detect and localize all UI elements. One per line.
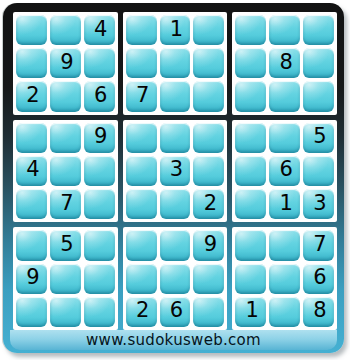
cell-r9c9[interactable]: 8 bbox=[303, 297, 334, 327]
cell-r7c7[interactable] bbox=[235, 230, 266, 260]
cell-r4c1[interactable] bbox=[16, 123, 47, 153]
cell-r6c8[interactable]: 1 bbox=[269, 189, 300, 219]
cell-r8c3[interactable] bbox=[84, 264, 115, 294]
cell-r5c9[interactable] bbox=[303, 156, 334, 186]
cell-r6c1[interactable] bbox=[16, 189, 47, 219]
cell-r2c7[interactable] bbox=[235, 48, 266, 78]
cell-r8c1[interactable]: 9 bbox=[16, 264, 47, 294]
cell-r1c1[interactable] bbox=[16, 15, 47, 45]
cell-r5c8[interactable]: 6 bbox=[269, 156, 300, 186]
cell-r5c5[interactable]: 3 bbox=[160, 156, 191, 186]
cell-r9c7[interactable]: 1 bbox=[235, 297, 266, 327]
cell-r3c9[interactable] bbox=[303, 81, 334, 111]
cell-r6c4[interactable] bbox=[126, 189, 157, 219]
cell-r7c5[interactable] bbox=[160, 230, 191, 260]
box-8: 926 bbox=[123, 227, 228, 330]
cell-r8c9[interactable]: 6 bbox=[303, 264, 334, 294]
cell-r2c6[interactable] bbox=[193, 48, 224, 78]
cell-r4c2[interactable] bbox=[50, 123, 81, 153]
cell-r9c4[interactable]: 2 bbox=[126, 297, 157, 327]
cell-r8c4[interactable] bbox=[126, 264, 157, 294]
cell-r9c5[interactable]: 6 bbox=[160, 297, 191, 327]
cell-r2c1[interactable] bbox=[16, 48, 47, 78]
sudoku-board: 4926178947325613599267618 www.sudokusweb… bbox=[3, 3, 344, 353]
cell-r3c7[interactable] bbox=[235, 81, 266, 111]
cell-r7c2[interactable]: 5 bbox=[50, 230, 81, 260]
cell-r1c7[interactable] bbox=[235, 15, 266, 45]
box-2: 17 bbox=[123, 12, 228, 115]
cell-r2c5[interactable] bbox=[160, 48, 191, 78]
cell-r1c6[interactable] bbox=[193, 15, 224, 45]
cell-r7c4[interactable] bbox=[126, 230, 157, 260]
cell-r7c6[interactable]: 9 bbox=[193, 230, 224, 260]
cell-r5c3[interactable] bbox=[84, 156, 115, 186]
website-url: www.sudokusweb.com bbox=[86, 331, 261, 349]
cell-r8c5[interactable] bbox=[160, 264, 191, 294]
box-5: 32 bbox=[123, 120, 228, 223]
cell-r4c3[interactable]: 9 bbox=[84, 123, 115, 153]
cell-r2c8[interactable]: 8 bbox=[269, 48, 300, 78]
cell-r3c5[interactable] bbox=[160, 81, 191, 111]
cell-r1c5[interactable]: 1 bbox=[160, 15, 191, 45]
cell-r2c2[interactable]: 9 bbox=[50, 48, 81, 78]
cell-r6c5[interactable] bbox=[160, 189, 191, 219]
cell-r9c1[interactable] bbox=[16, 297, 47, 327]
cell-r1c2[interactable] bbox=[50, 15, 81, 45]
box-7: 59 bbox=[13, 227, 118, 330]
cell-r6c2[interactable]: 7 bbox=[50, 189, 81, 219]
cell-r5c2[interactable] bbox=[50, 156, 81, 186]
cell-r5c7[interactable] bbox=[235, 156, 266, 186]
cell-r4c8[interactable] bbox=[269, 123, 300, 153]
cell-r5c1[interactable]: 4 bbox=[16, 156, 47, 186]
cell-r2c3[interactable] bbox=[84, 48, 115, 78]
cell-r8c7[interactable] bbox=[235, 264, 266, 294]
cell-r7c1[interactable] bbox=[16, 230, 47, 260]
cell-r8c6[interactable] bbox=[193, 264, 224, 294]
cell-r9c8[interactable] bbox=[269, 297, 300, 327]
cell-r4c5[interactable] bbox=[160, 123, 191, 153]
cell-r1c4[interactable] bbox=[126, 15, 157, 45]
cell-r6c6[interactable]: 2 bbox=[193, 189, 224, 219]
cell-r2c9[interactable] bbox=[303, 48, 334, 78]
cell-r7c9[interactable]: 7 bbox=[303, 230, 334, 260]
cell-r2c4[interactable] bbox=[126, 48, 157, 78]
cell-r8c2[interactable] bbox=[50, 264, 81, 294]
cell-r6c3[interactable] bbox=[84, 189, 115, 219]
cell-r1c3[interactable]: 4 bbox=[84, 15, 115, 45]
cell-r3c8[interactable] bbox=[269, 81, 300, 111]
cell-r4c9[interactable]: 5 bbox=[303, 123, 334, 153]
cell-r9c3[interactable] bbox=[84, 297, 115, 327]
cell-r4c7[interactable] bbox=[235, 123, 266, 153]
cell-r1c8[interactable] bbox=[269, 15, 300, 45]
cell-r9c2[interactable] bbox=[50, 297, 81, 327]
cell-r6c9[interactable]: 3 bbox=[303, 189, 334, 219]
cell-r3c6[interactable] bbox=[193, 81, 224, 111]
cell-r7c8[interactable] bbox=[269, 230, 300, 260]
cell-r8c8[interactable] bbox=[269, 264, 300, 294]
cell-r6c7[interactable] bbox=[235, 189, 266, 219]
cell-r3c1[interactable]: 2 bbox=[16, 81, 47, 111]
cell-r3c3[interactable]: 6 bbox=[84, 81, 115, 111]
box-3: 8 bbox=[232, 12, 337, 115]
cell-r9c6[interactable] bbox=[193, 297, 224, 327]
cell-r7c3[interactable] bbox=[84, 230, 115, 260]
cell-r3c4[interactable]: 7 bbox=[126, 81, 157, 111]
box-4: 947 bbox=[13, 120, 118, 223]
sudoku-grid: 4926178947325613599267618 bbox=[13, 12, 337, 330]
cell-r3c2[interactable] bbox=[50, 81, 81, 111]
cell-r4c4[interactable] bbox=[126, 123, 157, 153]
box-1: 4926 bbox=[13, 12, 118, 115]
cell-r1c9[interactable] bbox=[303, 15, 334, 45]
cell-r4c6[interactable] bbox=[193, 123, 224, 153]
box-9: 7618 bbox=[232, 227, 337, 330]
box-6: 5613 bbox=[232, 120, 337, 223]
cell-r5c4[interactable] bbox=[126, 156, 157, 186]
cell-r5c6[interactable] bbox=[193, 156, 224, 186]
footer-bar: www.sudokusweb.com bbox=[10, 330, 337, 350]
